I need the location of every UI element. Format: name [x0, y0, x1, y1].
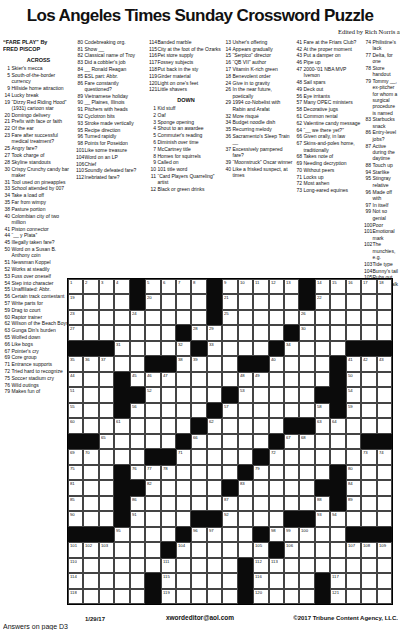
grid-cell-r18c8[interactable]: 104 — [176, 542, 191, 557]
grid-cell-r1c21[interactable]: 18 — [377, 279, 392, 294]
grid-cell-r20c13[interactable]: 116 — [253, 573, 268, 588]
grid-cell-r7c21[interactable] — [377, 372, 392, 387]
grid-cell-r4c17[interactable] — [315, 325, 330, 340]
grid-cell-r18c13[interactable]: 105 — [253, 542, 268, 557]
grid-cell-r14c10[interactable] — [207, 480, 222, 495]
grid-cell-r7c11[interactable] — [222, 372, 237, 387]
grid-cell-r18c21[interactable]: 109 — [377, 542, 392, 557]
grid-cell-r5c11[interactable] — [222, 341, 237, 356]
grid-cell-r11c15[interactable]: 67 — [284, 434, 299, 449]
grid-cell-r14c2[interactable] — [83, 480, 98, 495]
grid-cell-r12c2[interactable]: 70 — [83, 449, 98, 464]
grid-cell-r5c6[interactable] — [145, 341, 160, 356]
grid-cell-r7c10[interactable] — [207, 372, 222, 387]
grid-cell-r5c18[interactable] — [330, 341, 345, 356]
grid-cell-r9c12[interactable] — [238, 403, 253, 418]
grid-cell-r6c15[interactable] — [284, 356, 299, 371]
grid-cell-r3c16[interactable]: 26 — [299, 310, 314, 325]
grid-cell-r2c1[interactable]: 19 — [68, 294, 83, 309]
grid-cell-r5c7[interactable] — [161, 341, 176, 356]
grid-cell-r11c12[interactable] — [238, 434, 253, 449]
grid-cell-r14c9[interactable] — [191, 480, 206, 495]
grid-cell-r6c21[interactable]: 43 — [377, 356, 392, 371]
grid-cell-r16c20[interactable] — [361, 511, 376, 526]
grid-cell-r9c17[interactable]: 58 — [315, 403, 330, 418]
grid-cell-r11c9[interactable]: 66 — [191, 434, 206, 449]
grid-cell-r11c7[interactable] — [161, 434, 176, 449]
grid-cell-r2c20[interactable] — [361, 294, 376, 309]
grid-cell-r12c15[interactable] — [284, 449, 299, 464]
grid-cell-r6c16[interactable] — [299, 356, 314, 371]
grid-cell-r8c16[interactable] — [299, 387, 314, 402]
grid-cell-r10c5[interactable] — [130, 418, 145, 433]
grid-cell-r18c16[interactable] — [299, 542, 314, 557]
grid-cell-r19c16[interactable] — [299, 558, 314, 573]
grid-cell-r13c1[interactable]: 75 — [68, 465, 83, 480]
grid-cell-r5c10[interactable]: 33 — [207, 341, 222, 356]
grid-cell-r20c19[interactable] — [346, 573, 361, 588]
grid-cell-r20c21[interactable] — [377, 573, 392, 588]
grid-cell-r5c15[interactable]: 34 — [284, 341, 299, 356]
grid-cell-r4c13[interactable] — [253, 325, 268, 340]
grid-cell-r2c19[interactable] — [346, 294, 361, 309]
grid-cell-r21c2[interactable] — [83, 589, 98, 604]
grid-cell-r9c8[interactable] — [176, 403, 191, 418]
grid-cell-r12c18[interactable] — [330, 449, 345, 464]
grid-cell-r21c5[interactable] — [130, 589, 145, 604]
grid-cell-r16c12[interactable] — [238, 511, 253, 526]
grid-cell-r1c18[interactable]: 15 — [330, 279, 345, 294]
grid-cell-r20c14[interactable] — [269, 573, 284, 588]
grid-cell-r16c1[interactable]: 90 — [68, 511, 83, 526]
grid-cell-r3c18[interactable] — [330, 310, 345, 325]
grid-cell-r1c3[interactable]: 3 — [99, 279, 114, 294]
grid-cell-r17c14[interactable]: 98 — [269, 527, 284, 542]
grid-cell-r7c6[interactable]: 46 — [145, 372, 160, 387]
grid-cell-r3c6[interactable] — [145, 310, 160, 325]
grid-cell-r8c12[interactable]: 53 — [238, 387, 253, 402]
grid-cell-r17c5[interactable] — [130, 527, 145, 542]
grid-cell-r16c7[interactable] — [161, 511, 176, 526]
grid-cell-r2c8[interactable] — [176, 294, 191, 309]
grid-cell-r8c8[interactable] — [176, 387, 191, 402]
grid-cell-r7c9[interactable] — [191, 372, 206, 387]
grid-cell-r1c2[interactable]: 2 — [83, 279, 98, 294]
grid-cell-r17c6[interactable] — [145, 527, 160, 542]
grid-cell-r3c14[interactable] — [269, 310, 284, 325]
grid-cell-r9c15[interactable] — [284, 403, 299, 418]
grid-cell-r14c7[interactable] — [161, 480, 176, 495]
grid-cell-r16c14[interactable] — [269, 511, 284, 526]
grid-cell-r21c11[interactable] — [222, 589, 237, 604]
grid-cell-r18c5[interactable] — [130, 542, 145, 557]
grid-cell-r10c14[interactable] — [269, 418, 284, 433]
grid-cell-r8c9[interactable] — [191, 387, 206, 402]
grid-cell-r9c20[interactable] — [361, 403, 376, 418]
grid-cell-r21c21[interactable] — [377, 589, 392, 604]
grid-cell-r2c6[interactable]: 20 — [145, 294, 160, 309]
grid-cell-r18c6[interactable] — [145, 542, 160, 557]
grid-cell-r2c3[interactable] — [99, 294, 114, 309]
grid-cell-r14c1[interactable]: 81 — [68, 480, 83, 495]
grid-cell-r7c12[interactable]: 48 — [238, 372, 253, 387]
grid-cell-r1c8[interactable]: 7 — [176, 279, 191, 294]
grid-cell-r7c2[interactable] — [83, 372, 98, 387]
grid-cell-r1c20[interactable]: 17 — [361, 279, 376, 294]
grid-cell-r4c20[interactable] — [361, 325, 376, 340]
grid-cell-r14c20[interactable] — [361, 480, 376, 495]
grid-cell-r2c13[interactable] — [253, 294, 268, 309]
grid-cell-r20c5[interactable] — [130, 573, 145, 588]
grid-cell-r16c17[interactable]: 93 — [315, 511, 330, 526]
grid-cell-r7c15[interactable] — [284, 372, 299, 387]
grid-cell-r18c1[interactable]: 101 — [68, 542, 83, 557]
grid-cell-r6c8[interactable]: 38 — [176, 356, 191, 371]
grid-cell-r11c10[interactable] — [207, 434, 222, 449]
grid-cell-r1c11[interactable]: 9 — [222, 279, 237, 294]
grid-cell-r12c4[interactable] — [114, 449, 129, 464]
grid-cell-r9c1[interactable]: 55 — [68, 403, 83, 418]
grid-cell-r10c13[interactable] — [253, 418, 268, 433]
grid-cell-r3c19[interactable] — [346, 310, 361, 325]
grid-cell-r11c6[interactable] — [145, 434, 160, 449]
grid-cell-r18c4[interactable] — [114, 542, 129, 557]
grid-cell-r4c9[interactable]: 28 — [191, 325, 206, 340]
grid-cell-r7c3[interactable] — [99, 372, 114, 387]
grid-cell-r8c1[interactable]: 51 — [68, 387, 83, 402]
grid-cell-r1c15[interactable]: 13 — [284, 279, 299, 294]
grid-cell-r4c3[interactable] — [99, 325, 114, 340]
grid-cell-r17c17[interactable] — [315, 527, 330, 542]
grid-cell-r15c21[interactable] — [377, 496, 392, 511]
grid-cell-r5c17[interactable] — [315, 341, 330, 356]
grid-cell-r1c19[interactable]: 16 — [346, 279, 361, 294]
grid-cell-r8c19[interactable]: 54 — [346, 387, 361, 402]
grid-cell-r18c18[interactable] — [330, 542, 345, 557]
grid-cell-r14c21[interactable] — [377, 480, 392, 495]
grid-cell-r17c11[interactable] — [222, 527, 237, 542]
grid-cell-r21c13[interactable]: 120 — [253, 589, 268, 604]
grid-cell-r1c7[interactable]: 6 — [161, 279, 176, 294]
grid-cell-r7c8[interactable] — [176, 372, 191, 387]
grid-cell-r12c19[interactable] — [346, 449, 361, 464]
grid-cell-r2c4[interactable] — [114, 294, 129, 309]
grid-cell-r14c8[interactable] — [176, 480, 191, 495]
grid-cell-r10c4[interactable]: 61 — [114, 418, 129, 433]
grid-cell-r20c11[interactable] — [222, 573, 237, 588]
grid-cell-r19c6[interactable] — [145, 558, 160, 573]
grid-cell-r10c8[interactable] — [176, 418, 191, 433]
grid-cell-r16c13[interactable] — [253, 511, 268, 526]
grid-cell-r17c7[interactable] — [161, 527, 176, 542]
grid-cell-r1c6[interactable]: 5 — [145, 279, 160, 294]
grid-cell-r8c6[interactable]: 52 — [145, 387, 160, 402]
grid-cell-r7c7[interactable]: 47 — [161, 372, 176, 387]
grid-cell-r1c12[interactable]: 10 — [238, 279, 253, 294]
grid-cell-r10c20[interactable] — [361, 418, 376, 433]
grid-cell-r9c16[interactable] — [299, 403, 314, 418]
grid-cell-r9c13[interactable] — [253, 403, 268, 418]
grid-cell-r2c2[interactable] — [83, 294, 98, 309]
grid-cell-r19c13[interactable]: 112 — [253, 558, 268, 573]
grid-cell-r5c13[interactable] — [253, 341, 268, 356]
grid-cell-r12c3[interactable] — [99, 449, 114, 464]
grid-cell-r19c4[interactable] — [114, 558, 129, 573]
grid-cell-r15c14[interactable] — [269, 496, 284, 511]
grid-cell-r15c1[interactable]: 85 — [68, 496, 83, 511]
grid-cell-r4c21[interactable] — [377, 325, 392, 340]
grid-cell-r7c20[interactable] — [361, 372, 376, 387]
grid-cell-r2c9[interactable] — [191, 294, 206, 309]
grid-cell-r4c2[interactable] — [83, 325, 98, 340]
grid-cell-r2c18[interactable] — [330, 294, 345, 309]
grid-cell-r16c11[interactable]: 92 — [222, 511, 237, 526]
grid-cell-r10c21[interactable] — [377, 418, 392, 433]
grid-cell-r15c5[interactable]: 86 — [130, 496, 145, 511]
grid-cell-r11c11[interactable] — [222, 434, 237, 449]
grid-cell-r21c19[interactable] — [346, 589, 361, 604]
grid-cell-r16c19[interactable] — [346, 511, 361, 526]
grid-cell-r19c5[interactable] — [130, 558, 145, 573]
grid-cell-r13c17[interactable] — [315, 465, 330, 480]
grid-cell-r7c5[interactable]: 45 — [130, 372, 145, 387]
grid-cell-r9c19[interactable]: 59 — [346, 403, 361, 418]
grid-cell-r15c15[interactable] — [284, 496, 299, 511]
grid-cell-r6c1[interactable]: 35 — [68, 356, 83, 371]
grid-cell-r6c14[interactable]: 40 — [269, 356, 284, 371]
grid-cell-r3c4[interactable] — [114, 310, 129, 325]
grid-cell-r16c8[interactable] — [176, 511, 191, 526]
grid-cell-r2c15[interactable] — [284, 294, 299, 309]
grid-cell-r13c16[interactable] — [299, 465, 314, 480]
grid-cell-r15c17[interactable]: 88 — [315, 496, 330, 511]
grid-cell-r16c21[interactable] — [377, 511, 392, 526]
grid-cell-r13c5[interactable]: 76 — [130, 465, 145, 480]
grid-cell-r15c8[interactable] — [176, 496, 191, 511]
grid-cell-r14c14[interactable] — [269, 480, 284, 495]
grid-cell-r15c9[interactable] — [191, 496, 206, 511]
grid-cell-r6c3[interactable]: 37 — [99, 356, 114, 371]
grid-cell-r15c7[interactable] — [161, 496, 176, 511]
grid-cell-r21c1[interactable]: 118 — [68, 589, 83, 604]
grid-cell-r11c19[interactable] — [346, 434, 361, 449]
grid-cell-r7c14[interactable] — [269, 372, 284, 387]
grid-cell-r5c16[interactable] — [299, 341, 314, 356]
grid-cell-r18c20[interactable]: 108 — [361, 542, 376, 557]
grid-cell-r21c4[interactable] — [114, 589, 129, 604]
grid-cell-r3c3[interactable] — [99, 310, 114, 325]
grid-cell-r17c9[interactable]: 96 — [191, 527, 206, 542]
grid-cell-r13c10[interactable] — [207, 465, 222, 480]
grid-cell-r14c12[interactable]: 83 — [238, 480, 253, 495]
grid-cell-r8c10[interactable] — [207, 387, 222, 402]
grid-cell-r3c17[interactable] — [315, 310, 330, 325]
grid-cell-r15c19[interactable]: 89 — [346, 496, 361, 511]
grid-cell-r4c11[interactable] — [222, 325, 237, 340]
grid-cell-r19c10[interactable] — [207, 558, 222, 573]
grid-cell-r20c4[interactable] — [114, 573, 129, 588]
grid-cell-r15c20[interactable] — [361, 496, 376, 511]
grid-cell-r16c6[interactable] — [145, 511, 160, 526]
grid-cell-r13c9[interactable] — [191, 465, 206, 480]
grid-cell-r10c2[interactable] — [83, 418, 98, 433]
grid-cell-r6c2[interactable]: 36 — [83, 356, 98, 371]
grid-cell-r4c4[interactable] — [114, 325, 129, 340]
grid-cell-r21c14[interactable] — [269, 589, 284, 604]
grid-cell-r3c5[interactable]: 24 — [130, 310, 145, 325]
grid-cell-r2c7[interactable] — [161, 294, 176, 309]
grid-cell-r20c9[interactable] — [191, 573, 206, 588]
grid-cell-r21c9[interactable] — [191, 589, 206, 604]
grid-cell-r21c18[interactable]: 121 — [330, 589, 345, 604]
grid-cell-r13c6[interactable]: 77 — [145, 465, 160, 480]
grid-cell-r4c19[interactable] — [346, 325, 361, 340]
grid-cell-r4c18[interactable] — [330, 325, 345, 340]
grid-cell-r18c10[interactable] — [207, 542, 222, 557]
grid-cell-r6c20[interactable]: 42 — [361, 356, 376, 371]
grid-cell-r2c11[interactable]: 21 — [222, 294, 237, 309]
grid-cell-r11c18[interactable] — [330, 434, 345, 449]
grid-cell-r20c16[interactable] — [299, 573, 314, 588]
grid-cell-r9c14[interactable] — [269, 403, 284, 418]
grid-cell-r12c14[interactable]: 72 — [269, 449, 284, 464]
grid-cell-r3c13[interactable] — [253, 310, 268, 325]
grid-cell-r15c2[interactable] — [83, 496, 98, 511]
grid-cell-r18c3[interactable]: 103 — [99, 542, 114, 557]
grid-cell-r19c20[interactable] — [361, 558, 376, 573]
grid-cell-r6c11[interactable] — [222, 356, 237, 371]
grid-cell-r7c1[interactable]: 44 — [68, 372, 83, 387]
grid-cell-r14c16[interactable] — [299, 480, 314, 495]
grid-cell-r17c18[interactable] — [330, 527, 345, 542]
grid-cell-r12c10[interactable] — [207, 449, 222, 464]
grid-cell-r15c12[interactable] — [238, 496, 253, 511]
grid-cell-r10c12[interactable] — [238, 418, 253, 433]
grid-cell-r6c10[interactable] — [207, 356, 222, 371]
grid-cell-r19c21[interactable] — [377, 558, 392, 573]
grid-cell-r7c16[interactable] — [299, 372, 314, 387]
grid-cell-r1c14[interactable]: 12 — [269, 279, 284, 294]
grid-cell-r11c16[interactable]: 68 — [299, 434, 314, 449]
grid-cell-r4c6[interactable] — [145, 325, 160, 340]
grid-cell-r15c3[interactable] — [99, 496, 114, 511]
grid-cell-r3c15[interactable] — [284, 310, 299, 325]
grid-cell-r15c6[interactable] — [145, 496, 160, 511]
grid-cell-r8c15[interactable] — [284, 387, 299, 402]
grid-cell-r1c17[interactable]: 14 — [315, 279, 330, 294]
grid-cell-r11c13[interactable] — [253, 434, 268, 449]
grid-cell-r21c15[interactable] — [284, 589, 299, 604]
grid-cell-r16c5[interactable]: 91 — [130, 511, 145, 526]
grid-cell-r16c18[interactable]: 94 — [330, 511, 345, 526]
grid-cell-r7c17[interactable] — [315, 372, 330, 387]
grid-cell-r4c14[interactable] — [269, 325, 284, 340]
grid-cell-r15c11[interactable]: 87 — [222, 496, 237, 511]
grid-cell-r13c20[interactable] — [361, 465, 376, 480]
grid-cell-r6c19[interactable]: 41 — [346, 356, 361, 371]
grid-cell-r17c16[interactable]: 100 — [299, 527, 314, 542]
grid-cell-r10c7[interactable] — [161, 418, 176, 433]
grid-cell-r19c3[interactable] — [99, 558, 114, 573]
grid-cell-r14c3[interactable] — [99, 480, 114, 495]
grid-cell-r13c8[interactable] — [176, 465, 191, 480]
grid-cell-r18c17[interactable] — [315, 542, 330, 557]
grid-cell-r8c7[interactable] — [161, 387, 176, 402]
grid-cell-r13c19[interactable]: 80 — [346, 465, 361, 480]
grid-cell-r12c12[interactable] — [238, 449, 253, 464]
grid-cell-r12c11[interactable] — [222, 449, 237, 464]
grid-cell-r11c4[interactable] — [114, 434, 129, 449]
grid-cell-r13c14[interactable] — [269, 465, 284, 480]
grid-cell-r15c16[interactable] — [299, 496, 314, 511]
grid-cell-r4c12[interactable] — [238, 325, 253, 340]
grid-cell-r19c17[interactable] — [315, 558, 330, 573]
grid-cell-r4c1[interactable]: 27 — [68, 325, 83, 340]
grid-cell-r11c17[interactable] — [315, 434, 330, 449]
grid-cell-r19c8[interactable] — [176, 558, 191, 573]
grid-cell-r12c1[interactable]: 69 — [68, 449, 83, 464]
grid-cell-r6c4[interactable] — [114, 356, 129, 371]
grid-cell-r14c15[interactable] — [284, 480, 299, 495]
grid-cell-r12c17[interactable] — [315, 449, 330, 464]
grid-cell-r19c2[interactable] — [83, 558, 98, 573]
grid-cell-r11c3[interactable]: 65 — [99, 434, 114, 449]
grid-cell-r17c12[interactable] — [238, 527, 253, 542]
grid-cell-r1c9[interactable]: 8 — [191, 279, 206, 294]
grid-cell-r10c6[interactable] — [145, 418, 160, 433]
grid-cell-r1c4[interactable]: 4 — [114, 279, 129, 294]
grid-cell-r10c19[interactable] — [346, 418, 361, 433]
grid-cell-r18c15[interactable]: 106 — [284, 542, 299, 557]
grid-cell-r5c12[interactable] — [238, 341, 253, 356]
grid-cell-r20c3[interactable] — [99, 573, 114, 588]
grid-cell-r13c3[interactable] — [99, 465, 114, 480]
grid-cell-r10c11[interactable] — [222, 418, 237, 433]
grid-cell-r16c2[interactable] — [83, 511, 98, 526]
grid-cell-r3c8[interactable] — [176, 310, 191, 325]
grid-cell-r10c3[interactable] — [99, 418, 114, 433]
grid-cell-r18c9[interactable] — [191, 542, 206, 557]
grid-cell-r14c13[interactable] — [253, 480, 268, 495]
grid-cell-r15c13[interactable] — [253, 496, 268, 511]
grid-cell-r9c9[interactable] — [191, 403, 206, 418]
grid-cell-r20c7[interactable]: 115 — [161, 573, 176, 588]
grid-cell-r2c14[interactable] — [269, 294, 284, 309]
grid-cell-r2c12[interactable] — [238, 294, 253, 309]
grid-cell-r3c21[interactable] — [377, 310, 392, 325]
grid-cell-r19c9[interactable] — [191, 558, 206, 573]
grid-cell-r18c12[interactable] — [238, 542, 253, 557]
grid-cell-r20c2[interactable] — [83, 573, 98, 588]
grid-cell-r15c10[interactable] — [207, 496, 222, 511]
grid-cell-r1c1[interactable]: 1 — [68, 279, 83, 294]
grid-cell-r1c13[interactable]: 11 — [253, 279, 268, 294]
grid-cell-r8c20[interactable] — [361, 387, 376, 402]
grid-cell-r10c18[interactable]: 64 — [330, 418, 345, 433]
grid-cell-r2c17[interactable]: 22 — [315, 294, 330, 309]
grid-cell-r13c2[interactable] — [83, 465, 98, 480]
grid-cell-r3c11[interactable]: 25 — [222, 310, 237, 325]
grid-cell-r21c10[interactable] — [207, 589, 222, 604]
grid-cell-r12c8[interactable]: 71 — [176, 449, 191, 464]
grid-cell-r3c7[interactable] — [161, 310, 176, 325]
grid-cell-r14c6[interactable]: 82 — [145, 480, 160, 495]
grid-cell-r21c20[interactable] — [361, 589, 376, 604]
grid-cell-r7c19[interactable]: 50 — [346, 372, 361, 387]
grid-cell-r20c10[interactable] — [207, 573, 222, 588]
grid-cell-r20c8[interactable] — [176, 573, 191, 588]
grid-cell-r21c16[interactable] — [299, 589, 314, 604]
